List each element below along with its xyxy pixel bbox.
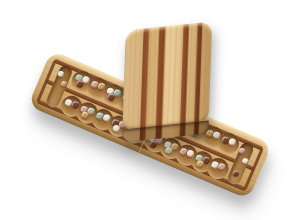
- stone: [238, 147, 246, 155]
- stone: [56, 70, 64, 78]
- stone: [232, 169, 240, 177]
- lid-top-face: [122, 21, 212, 130]
- product-photo-scene: [0, 0, 300, 220]
- storage-lid-box: [122, 21, 212, 142]
